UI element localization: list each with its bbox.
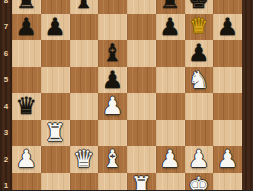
square-e1[interactable]: ♜ <box>127 173 156 191</box>
white-queen-c2[interactable]: ♛ <box>73 147 95 171</box>
square-f3[interactable] <box>156 120 185 147</box>
black-pawn-a7[interactable]: ♟ <box>16 15 38 39</box>
square-f2[interactable]: ♟ <box>156 146 185 173</box>
square-d2[interactable]: ♝ <box>98 146 127 173</box>
black-pawn-d5[interactable]: ♟ <box>102 68 124 92</box>
rank-label-4: 4 <box>0 93 12 120</box>
black-rook-a8[interactable]: ♜ <box>16 0 38 12</box>
square-e8[interactable] <box>127 0 156 14</box>
square-b3[interactable]: ♜ <box>41 120 70 147</box>
square-h4[interactable] <box>213 93 242 120</box>
square-c4[interactable] <box>70 93 99 120</box>
square-f4[interactable] <box>156 93 185 120</box>
square-d1[interactable] <box>98 173 127 191</box>
square-a5[interactable] <box>12 67 41 94</box>
square-g7[interactable]: ♛ <box>185 14 214 41</box>
square-d6[interactable]: ♝ <box>98 40 127 67</box>
square-h8[interactable] <box>213 0 242 14</box>
black-pawn-h7[interactable]: ♟ <box>217 15 239 39</box>
square-a3[interactable] <box>12 120 41 147</box>
square-e7[interactable] <box>127 14 156 41</box>
square-h7[interactable]: ♟ <box>213 14 242 41</box>
square-g2[interactable]: ♟ <box>185 146 214 173</box>
square-d7[interactable] <box>98 14 127 41</box>
black-pawn-b7[interactable]: ♟ <box>44 15 66 39</box>
black-queen-a4[interactable]: ♛ <box>16 94 38 118</box>
square-g6[interactable]: ♟ <box>185 40 214 67</box>
black-bishop-c8[interactable]: ♝ <box>73 0 95 12</box>
square-d5[interactable]: ♟ <box>98 67 127 94</box>
black-rook-f8[interactable]: ♜ <box>159 0 181 12</box>
square-c2[interactable]: ♛ <box>70 146 99 173</box>
square-b5[interactable] <box>41 67 70 94</box>
square-c5[interactable] <box>70 67 99 94</box>
white-pawn-d4[interactable]: ♟ <box>102 94 124 118</box>
square-h3[interactable] <box>213 120 242 147</box>
black-bishop-d6[interactable]: ♝ <box>102 41 124 65</box>
white-pawn-g2[interactable]: ♟ <box>188 147 210 171</box>
square-g8[interactable]: ♚ <box>185 0 214 14</box>
white-king-g1[interactable]: ♚ <box>188 174 210 190</box>
white-pawn-h2[interactable]: ♟ <box>217 147 239 171</box>
rank-label-2: 2 <box>0 146 12 173</box>
square-b4[interactable] <box>41 93 70 120</box>
chess-app-window: ♜♝♜♚♟♟♟♛♟♝♟♟♞♛♟♜♟♛♝♟♟♟♜♚ 87654321 <box>0 0 253 190</box>
square-h2[interactable]: ♟ <box>213 146 242 173</box>
square-d3[interactable] <box>98 120 127 147</box>
rank-label-5: 5 <box>0 67 12 94</box>
square-f6[interactable] <box>156 40 185 67</box>
square-c6[interactable] <box>70 40 99 67</box>
white-pawn-a2[interactable]: ♟ <box>16 147 38 171</box>
black-pawn-f7[interactable]: ♟ <box>159 15 181 39</box>
square-e5[interactable] <box>127 67 156 94</box>
square-c3[interactable] <box>70 120 99 147</box>
rank-label-1: 1 <box>0 173 12 191</box>
square-h6[interactable] <box>213 40 242 67</box>
rank-labels: 87654321 <box>0 0 12 190</box>
square-a7[interactable]: ♟ <box>12 14 41 41</box>
square-h1[interactable] <box>213 173 242 191</box>
square-b2[interactable] <box>41 146 70 173</box>
square-d4[interactable]: ♟ <box>98 93 127 120</box>
white-pawn-f2[interactable]: ♟ <box>159 147 181 171</box>
square-g4[interactable] <box>185 93 214 120</box>
square-a4[interactable]: ♛ <box>12 93 41 120</box>
square-a6[interactable] <box>12 40 41 67</box>
square-c7[interactable] <box>70 14 99 41</box>
square-b8[interactable] <box>41 0 70 14</box>
square-b1[interactable] <box>41 173 70 191</box>
square-c8[interactable]: ♝ <box>70 0 99 14</box>
rank-label-8: 8 <box>0 0 12 14</box>
black-pawn-g6[interactable]: ♟ <box>188 41 210 65</box>
square-e3[interactable] <box>127 120 156 147</box>
square-f1[interactable] <box>156 173 185 191</box>
rank-label-6: 6 <box>0 40 12 67</box>
square-e6[interactable] <box>127 40 156 67</box>
rank-label-3: 3 <box>0 120 12 147</box>
chess-board[interactable]: ♜♝♜♚♟♟♟♛♟♝♟♟♞♛♟♜♟♛♝♟♟♟♜♚ <box>12 0 242 190</box>
square-a2[interactable]: ♟ <box>12 146 41 173</box>
white-rook-b3[interactable]: ♜ <box>44 121 66 145</box>
white-knight-g5[interactable]: ♞ <box>188 68 210 92</box>
square-a8[interactable]: ♜ <box>12 0 41 14</box>
square-c1[interactable] <box>70 173 99 191</box>
square-e4[interactable] <box>127 93 156 120</box>
square-e2[interactable] <box>127 146 156 173</box>
rank-label-7: 7 <box>0 14 12 41</box>
square-g5[interactable]: ♞ <box>185 67 214 94</box>
square-a1[interactable] <box>12 173 41 191</box>
square-g3[interactable] <box>185 120 214 147</box>
square-f8[interactable]: ♜ <box>156 0 185 14</box>
square-g1[interactable]: ♚ <box>185 173 214 191</box>
gold-queen-marker: ♛ <box>189 16 208 37</box>
white-rook-e1[interactable]: ♜ <box>131 174 153 190</box>
black-king-g8[interactable]: ♚ <box>188 0 210 12</box>
square-b6[interactable] <box>41 40 70 67</box>
square-b7[interactable]: ♟ <box>41 14 70 41</box>
square-d8[interactable] <box>98 0 127 14</box>
square-f7[interactable]: ♟ <box>156 14 185 41</box>
square-h5[interactable] <box>213 67 242 94</box>
square-f5[interactable] <box>156 67 185 94</box>
white-bishop-d2[interactable]: ♝ <box>102 147 124 171</box>
